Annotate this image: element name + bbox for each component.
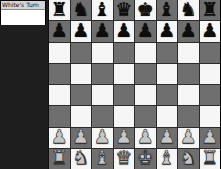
square-h4[interactable] (200, 85, 221, 105)
square-b8[interactable]: ♞ (71, 0, 92, 20)
square-h2[interactable]: ♟ (200, 128, 221, 148)
square-h7[interactable]: ♟ (200, 21, 221, 41)
square-g7[interactable]: ♟ (178, 21, 199, 41)
piece-black-bishop: ♝ (94, 0, 111, 19)
piece-black-pawn: ♟ (201, 21, 218, 40)
square-e7[interactable]: ♟ (135, 21, 156, 41)
piece-black-pawn: ♟ (72, 21, 89, 40)
piece-black-bishop: ♝ (158, 0, 175, 19)
square-g3[interactable] (178, 106, 199, 126)
piece-black-queen: ♛ (115, 0, 132, 19)
square-e6[interactable] (135, 43, 156, 63)
square-h8[interactable]: ♜ (200, 0, 221, 20)
square-g1[interactable]: ♞ (178, 149, 199, 169)
square-e8[interactable]: ♚ (135, 0, 156, 20)
square-e5[interactable] (135, 64, 156, 84)
piece-black-knight: ♞ (180, 0, 197, 19)
piece-black-knight: ♞ (72, 0, 89, 19)
piece-white-pawn: ♟ (51, 128, 68, 147)
piece-black-pawn: ♟ (51, 21, 68, 40)
square-f8[interactable]: ♝ (157, 0, 178, 20)
square-e1[interactable]: ♚ (135, 149, 156, 169)
square-a3[interactable] (49, 106, 70, 126)
app-background: White's Turn ♜♞♝♛♚♝♞♜♟♟♟♟♟♟♟♟♟♟♟♟♟♟♟♟♜♞♝… (0, 0, 220, 169)
piece-white-bishop: ♝ (158, 149, 175, 168)
square-h1[interactable]: ♜ (200, 149, 221, 169)
square-b7[interactable]: ♟ (71, 21, 92, 41)
square-g5[interactable] (178, 64, 199, 84)
piece-black-rook: ♜ (201, 0, 218, 19)
piece-black-pawn: ♟ (94, 21, 111, 40)
status-window: White's Turn (0, 0, 46, 25)
square-a4[interactable] (49, 85, 70, 105)
piece-white-queen: ♛ (115, 149, 132, 168)
status-window-titlebar: White's Turn (1, 1, 45, 10)
chess-board: ♜♞♝♛♚♝♞♜♟♟♟♟♟♟♟♟♟♟♟♟♟♟♟♟♜♞♝♛♚♝♞♜ (48, 0, 220, 169)
square-b6[interactable] (71, 43, 92, 63)
square-c3[interactable] (92, 106, 113, 126)
square-f2[interactable]: ♟ (157, 128, 178, 148)
square-d7[interactable]: ♟ (114, 21, 135, 41)
square-b2[interactable]: ♟ (71, 128, 92, 148)
square-h5[interactable] (200, 64, 221, 84)
piece-white-pawn: ♟ (158, 128, 175, 147)
square-c2[interactable]: ♟ (92, 128, 113, 148)
square-b3[interactable] (71, 106, 92, 126)
square-c5[interactable] (92, 64, 113, 84)
piece-white-knight: ♞ (180, 149, 197, 168)
square-h6[interactable] (200, 43, 221, 63)
square-f4[interactable] (157, 85, 178, 105)
piece-white-bishop: ♝ (94, 149, 111, 168)
square-b4[interactable] (71, 85, 92, 105)
status-window-body (1, 10, 45, 25)
square-g8[interactable]: ♞ (178, 0, 199, 20)
square-e3[interactable] (135, 106, 156, 126)
piece-black-pawn: ♟ (180, 21, 197, 40)
square-c6[interactable] (92, 43, 113, 63)
piece-black-rook: ♜ (51, 0, 68, 19)
turn-indicator-label: White's Turn (1, 1, 39, 9)
square-d2[interactable]: ♟ (114, 128, 135, 148)
piece-black-pawn: ♟ (137, 21, 154, 40)
square-c7[interactable]: ♟ (92, 21, 113, 41)
piece-white-pawn: ♟ (72, 128, 89, 147)
square-g4[interactable] (178, 85, 199, 105)
piece-white-pawn: ♟ (115, 128, 132, 147)
square-f3[interactable] (157, 106, 178, 126)
piece-white-pawn: ♟ (201, 128, 218, 147)
square-c8[interactable]: ♝ (92, 0, 113, 20)
piece-black-king: ♚ (137, 0, 154, 19)
square-a7[interactable]: ♟ (49, 21, 70, 41)
square-d3[interactable] (114, 106, 135, 126)
piece-white-pawn: ♟ (94, 128, 111, 147)
square-h3[interactable] (200, 106, 221, 126)
piece-white-king: ♚ (137, 149, 154, 168)
piece-white-rook: ♜ (51, 149, 68, 168)
square-a1[interactable]: ♜ (49, 149, 70, 169)
piece-black-pawn: ♟ (158, 21, 175, 40)
piece-white-rook: ♜ (201, 149, 218, 168)
square-g2[interactable]: ♟ (178, 128, 199, 148)
square-f1[interactable]: ♝ (157, 149, 178, 169)
square-e4[interactable] (135, 85, 156, 105)
square-a5[interactable] (49, 64, 70, 84)
square-b1[interactable]: ♞ (71, 149, 92, 169)
square-d5[interactable] (114, 64, 135, 84)
piece-white-pawn: ♟ (137, 128, 154, 147)
square-d1[interactable]: ♛ (114, 149, 135, 169)
square-d6[interactable] (114, 43, 135, 63)
square-a8[interactable]: ♜ (49, 0, 70, 20)
square-b5[interactable] (71, 64, 92, 84)
square-f6[interactable] (157, 43, 178, 63)
piece-white-pawn: ♟ (180, 128, 197, 147)
square-c4[interactable] (92, 85, 113, 105)
square-a6[interactable] (49, 43, 70, 63)
square-f7[interactable]: ♟ (157, 21, 178, 41)
square-d4[interactable] (114, 85, 135, 105)
square-c1[interactable]: ♝ (92, 149, 113, 169)
square-e2[interactable]: ♟ (135, 128, 156, 148)
square-f5[interactable] (157, 64, 178, 84)
square-d8[interactable]: ♛ (114, 0, 135, 20)
square-g6[interactable] (178, 43, 199, 63)
square-a2[interactable]: ♟ (49, 128, 70, 148)
piece-black-pawn: ♟ (115, 21, 132, 40)
piece-white-knight: ♞ (72, 149, 89, 168)
